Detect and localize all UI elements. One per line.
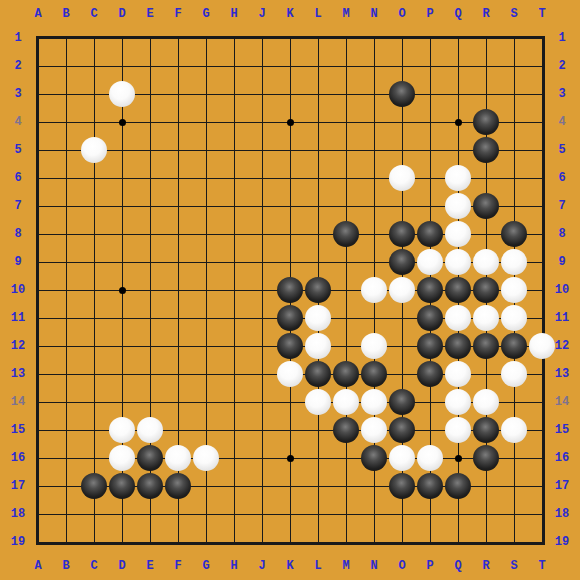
white-stone-F16[interactable] <box>165 445 191 471</box>
white-stone-D3[interactable] <box>109 81 135 107</box>
column-label-top-J: J <box>248 4 276 24</box>
star-point-D10 <box>119 287 126 294</box>
column-label-bottom-B: B <box>52 556 80 576</box>
black-stone-O14[interactable] <box>389 389 415 415</box>
column-label-bottom-H: H <box>220 556 248 576</box>
row-label-right-5: 5 <box>546 140 578 160</box>
black-stone-N16[interactable] <box>361 445 387 471</box>
row-label-left-7: 7 <box>2 196 34 216</box>
column-label-top-R: R <box>472 4 500 24</box>
row-label-right-1: 1 <box>546 28 578 48</box>
column-label-bottom-N: N <box>360 556 388 576</box>
column-label-top-T: T <box>528 4 556 24</box>
row-label-right-4: 4 <box>546 112 578 132</box>
white-stone-R9[interactable] <box>473 249 499 275</box>
star-point-K16 <box>287 455 294 462</box>
column-label-bottom-T: T <box>528 556 556 576</box>
black-stone-C17[interactable] <box>81 473 107 499</box>
white-stone-Q15[interactable] <box>445 417 471 443</box>
row-label-right-2: 2 <box>546 56 578 76</box>
row-label-left-3: 3 <box>2 84 34 104</box>
white-stone-N10[interactable] <box>361 277 387 303</box>
white-stone-L14[interactable] <box>305 389 331 415</box>
row-label-left-5: 5 <box>2 140 34 160</box>
row-label-left-19: 19 <box>2 532 34 552</box>
row-label-right-18: 18 <box>546 504 578 524</box>
white-stone-P9[interactable] <box>417 249 443 275</box>
row-label-left-11: 11 <box>2 308 34 328</box>
white-stone-S10[interactable] <box>501 277 527 303</box>
white-stone-S13[interactable] <box>501 361 527 387</box>
column-label-top-L: L <box>304 4 332 24</box>
black-stone-R12[interactable] <box>473 333 499 359</box>
column-label-top-H: H <box>220 4 248 24</box>
row-label-left-1: 1 <box>2 28 34 48</box>
row-label-right-10: 10 <box>546 280 578 300</box>
row-label-left-6: 6 <box>2 168 34 188</box>
row-label-right-3: 3 <box>546 84 578 104</box>
row-label-left-15: 15 <box>2 420 34 440</box>
black-stone-F17[interactable] <box>165 473 191 499</box>
black-stone-D17[interactable] <box>109 473 135 499</box>
star-point-D4 <box>119 119 126 126</box>
row-label-right-8: 8 <box>546 224 578 244</box>
column-label-bottom-Q: Q <box>444 556 472 576</box>
white-stone-S9[interactable] <box>501 249 527 275</box>
black-stone-L10[interactable] <box>305 277 331 303</box>
white-stone-N12[interactable] <box>361 333 387 359</box>
black-stone-M13[interactable] <box>333 361 359 387</box>
row-label-right-11: 11 <box>546 308 578 328</box>
column-label-bottom-P: P <box>416 556 444 576</box>
white-stone-Q7[interactable] <box>445 193 471 219</box>
black-stone-O17[interactable] <box>389 473 415 499</box>
black-stone-R10[interactable] <box>473 277 499 303</box>
white-stone-Q14[interactable] <box>445 389 471 415</box>
black-stone-R15[interactable] <box>473 417 499 443</box>
row-label-right-17: 17 <box>546 476 578 496</box>
white-stone-T12[interactable] <box>529 333 555 359</box>
column-label-top-Q: Q <box>444 4 472 24</box>
white-stone-Q11[interactable] <box>445 305 471 331</box>
white-stone-Q9[interactable] <box>445 249 471 275</box>
column-label-top-C: C <box>80 4 108 24</box>
row-label-right-14: 14 <box>546 392 578 412</box>
row-label-left-18: 18 <box>2 504 34 524</box>
column-label-top-A: A <box>24 4 52 24</box>
white-stone-L11[interactable] <box>305 305 331 331</box>
white-stone-K13[interactable] <box>277 361 303 387</box>
column-label-bottom-A: A <box>24 556 52 576</box>
white-stone-R11[interactable] <box>473 305 499 331</box>
row-label-right-19: 19 <box>546 532 578 552</box>
black-stone-O3[interactable] <box>389 81 415 107</box>
black-stone-K11[interactable] <box>277 305 303 331</box>
column-label-top-B: B <box>52 4 80 24</box>
column-label-bottom-S: S <box>500 556 528 576</box>
row-label-left-2: 2 <box>2 56 34 76</box>
white-stone-D16[interactable] <box>109 445 135 471</box>
black-stone-P12[interactable] <box>417 333 443 359</box>
column-label-bottom-F: F <box>164 556 192 576</box>
white-stone-G16[interactable] <box>193 445 219 471</box>
row-label-left-13: 13 <box>2 364 34 384</box>
white-stone-O10[interactable] <box>389 277 415 303</box>
row-label-right-16: 16 <box>546 448 578 468</box>
black-stone-R4[interactable] <box>473 109 499 135</box>
row-label-left-17: 17 <box>2 476 34 496</box>
column-label-bottom-G: G <box>192 556 220 576</box>
black-stone-O8[interactable] <box>389 221 415 247</box>
white-stone-R14[interactable] <box>473 389 499 415</box>
row-label-left-9: 9 <box>2 252 34 272</box>
column-label-top-N: N <box>360 4 388 24</box>
column-label-bottom-L: L <box>304 556 332 576</box>
column-label-bottom-K: K <box>276 556 304 576</box>
black-stone-S12[interactable] <box>501 333 527 359</box>
row-label-right-9: 9 <box>546 252 578 272</box>
row-label-left-8: 8 <box>2 224 34 244</box>
black-stone-M8[interactable] <box>333 221 359 247</box>
white-stone-L12[interactable] <box>305 333 331 359</box>
white-stone-E15[interactable] <box>137 417 163 443</box>
row-label-left-4: 4 <box>2 112 34 132</box>
white-stone-Q13[interactable] <box>445 361 471 387</box>
black-stone-R5[interactable] <box>473 137 499 163</box>
black-stone-Q17[interactable] <box>445 473 471 499</box>
row-label-right-13: 13 <box>546 364 578 384</box>
black-stone-E16[interactable] <box>137 445 163 471</box>
column-label-top-G: G <box>192 4 220 24</box>
row-label-right-7: 7 <box>546 196 578 216</box>
black-stone-M15[interactable] <box>333 417 359 443</box>
column-label-top-S: S <box>500 4 528 24</box>
black-stone-E17[interactable] <box>137 473 163 499</box>
black-stone-O9[interactable] <box>389 249 415 275</box>
black-stone-N13[interactable] <box>361 361 387 387</box>
black-stone-P13[interactable] <box>417 361 443 387</box>
black-stone-P11[interactable] <box>417 305 443 331</box>
black-stone-P10[interactable] <box>417 277 443 303</box>
star-point-Q4 <box>455 119 462 126</box>
column-label-top-K: K <box>276 4 304 24</box>
column-label-top-P: P <box>416 4 444 24</box>
column-label-bottom-C: C <box>80 556 108 576</box>
black-stone-L13[interactable] <box>305 361 331 387</box>
white-stone-O16[interactable] <box>389 445 415 471</box>
column-label-bottom-O: O <box>388 556 416 576</box>
column-label-bottom-D: D <box>108 556 136 576</box>
white-stone-Q8[interactable] <box>445 221 471 247</box>
white-stone-S15[interactable] <box>501 417 527 443</box>
row-label-right-15: 15 <box>546 420 578 440</box>
black-stone-P17[interactable] <box>417 473 443 499</box>
white-stone-P16[interactable] <box>417 445 443 471</box>
white-stone-M14[interactable] <box>333 389 359 415</box>
white-stone-N15[interactable] <box>361 417 387 443</box>
white-stone-D15[interactable] <box>109 417 135 443</box>
column-label-bottom-R: R <box>472 556 500 576</box>
column-label-bottom-E: E <box>136 556 164 576</box>
black-stone-Q10[interactable] <box>445 277 471 303</box>
column-label-top-M: M <box>332 4 360 24</box>
row-label-left-12: 12 <box>2 336 34 356</box>
black-stone-O15[interactable] <box>389 417 415 443</box>
black-stone-K12[interactable] <box>277 333 303 359</box>
column-label-top-O: O <box>388 4 416 24</box>
row-label-left-16: 16 <box>2 448 34 468</box>
column-label-top-E: E <box>136 4 164 24</box>
white-stone-S11[interactable] <box>501 305 527 331</box>
black-stone-Q12[interactable] <box>445 333 471 359</box>
black-stone-K10[interactable] <box>277 277 303 303</box>
column-label-top-F: F <box>164 4 192 24</box>
column-label-top-D: D <box>108 4 136 24</box>
black-stone-R16[interactable] <box>473 445 499 471</box>
row-label-right-6: 6 <box>546 168 578 188</box>
row-label-left-10: 10 <box>2 280 34 300</box>
white-stone-C5[interactable] <box>81 137 107 163</box>
row-label-left-14: 14 <box>2 392 34 412</box>
white-stone-N14[interactable] <box>361 389 387 415</box>
white-stone-O6[interactable] <box>389 165 415 191</box>
star-point-Q16 <box>455 455 462 462</box>
star-point-K4 <box>287 119 294 126</box>
black-stone-R7[interactable] <box>473 193 499 219</box>
column-label-bottom-J: J <box>248 556 276 576</box>
black-stone-S8[interactable] <box>501 221 527 247</box>
column-label-bottom-M: M <box>332 556 360 576</box>
white-stone-Q6[interactable] <box>445 165 471 191</box>
go-board: ABCDEFGHJKLMNOPQRST ABCDEFGHJKLMNOPQRST … <box>0 0 580 580</box>
black-stone-P8[interactable] <box>417 221 443 247</box>
